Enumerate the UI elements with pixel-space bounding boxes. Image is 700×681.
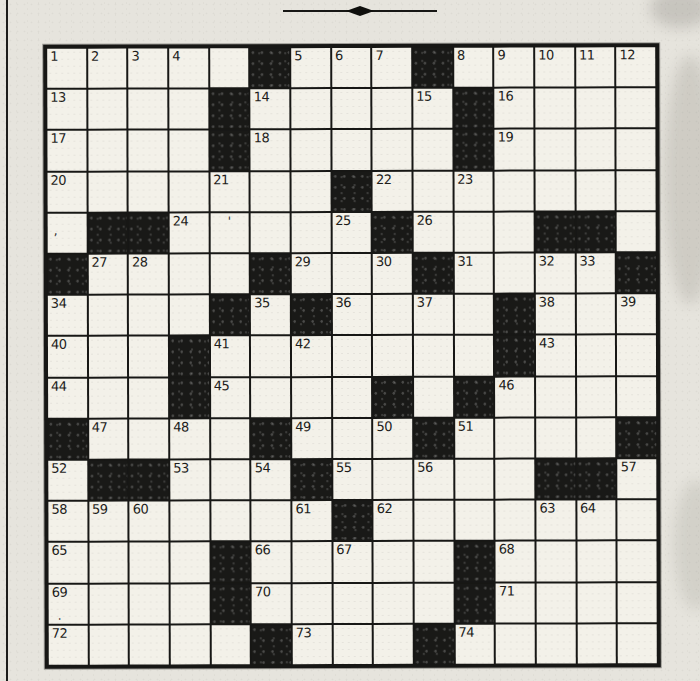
- white-cell-r1c14[interactable]: 11: [576, 47, 615, 86]
- white-cell-r1c13[interactable]: 10: [535, 47, 574, 86]
- white-cell-r1c15[interactable]: 12: [617, 47, 656, 86]
- clue-number-44: 44: [51, 379, 67, 393]
- clue-number-68: 68: [499, 543, 515, 557]
- black-cell-r5c9: [373, 213, 412, 252]
- white-cell-r3c10[interactable]: [413, 130, 452, 169]
- white-cell-r3c14[interactable]: [576, 130, 615, 169]
- white-cell-r12c4[interactable]: [170, 502, 209, 541]
- white-cell-r3c15[interactable]: [617, 130, 656, 169]
- white-cell-r8c3[interactable]: [129, 337, 168, 376]
- white-cell-r12c7[interactable]: 61: [292, 501, 331, 540]
- white-cell-r5c4[interactable]: 24: [170, 213, 209, 252]
- clue-number-47: 47: [92, 420, 108, 434]
- white-cell-r14c7[interactable]: [293, 584, 332, 623]
- white-cell-r7c4[interactable]: [170, 296, 209, 335]
- white-cell-r15c15[interactable]: [618, 624, 657, 663]
- white-cell-r2c12[interactable]: 16: [495, 89, 534, 128]
- clue-number-61: 61: [295, 502, 311, 516]
- clue-number-6: 6: [335, 49, 343, 63]
- clue-number-72: 72: [52, 627, 68, 641]
- black-cell-r1c10: [413, 48, 452, 87]
- clue-number-17: 17: [50, 132, 66, 146]
- white-cell-r7c13[interactable]: 38: [536, 295, 575, 334]
- white-cell-r4c12[interactable]: [495, 171, 534, 210]
- clue-number-65: 65: [51, 544, 67, 558]
- stray-ink-mark: ': [228, 214, 231, 228]
- black-cell-r6c6: [251, 254, 290, 293]
- white-cell-r13c9[interactable]: [374, 542, 413, 581]
- clue-number-39: 39: [620, 295, 636, 309]
- white-cell-r8c5[interactable]: 41: [211, 337, 250, 376]
- white-cell-r3c3[interactable]: [129, 131, 168, 170]
- white-cell-r14c4[interactable]: [171, 584, 210, 623]
- clue-number-19: 19: [498, 131, 514, 145]
- white-cell-r14c10[interactable]: [415, 583, 454, 622]
- white-cell-r13c4[interactable]: [170, 543, 209, 582]
- black-cell-r15c10: [415, 625, 454, 664]
- clue-number-37: 37: [417, 296, 433, 310]
- clue-number-15: 15: [416, 90, 432, 104]
- white-cell-r6c8[interactable]: [332, 254, 371, 293]
- white-cell-r1c2[interactable]: 2: [88, 49, 127, 88]
- diamond-ornament-icon: [346, 6, 374, 16]
- white-cell-r3c9[interactable]: [373, 130, 412, 169]
- white-cell-r6c2[interactable]: 27: [88, 255, 127, 294]
- white-cell-r11c12[interactable]: [496, 460, 535, 499]
- white-cell-r5c6[interactable]: [251, 213, 290, 252]
- black-cell-r5c13: [536, 212, 575, 251]
- black-cell-r1c6: [251, 48, 290, 87]
- black-cell-r5c14: [576, 212, 615, 251]
- divider-line-left: [283, 10, 349, 12]
- clue-number-36: 36: [335, 296, 351, 310]
- black-cell-r3c11: [454, 130, 493, 169]
- black-cell-r4c8: [332, 172, 371, 211]
- white-cell-r8c10[interactable]: [414, 336, 453, 375]
- white-cell-r6c5[interactable]: [210, 254, 249, 293]
- white-cell-r5c7[interactable]: [292, 213, 331, 252]
- clue-number-63: 63: [539, 502, 555, 516]
- clue-number-51: 51: [458, 419, 474, 433]
- white-cell-r4c15[interactable]: [617, 171, 656, 210]
- newspaper-column-rule: [6, 0, 8, 681]
- white-cell-r15c3[interactable]: [130, 625, 169, 664]
- white-cell-r13c10[interactable]: [414, 542, 453, 581]
- decorative-divider: [283, 6, 437, 16]
- scan-smudge: [650, 0, 700, 28]
- clue-number-35: 35: [254, 296, 270, 310]
- white-cell-r11c8[interactable]: 55: [333, 460, 372, 499]
- white-cell-r13c8[interactable]: 67: [333, 542, 372, 581]
- divider-line-right: [371, 10, 437, 12]
- clue-number-46: 46: [498, 378, 514, 392]
- black-cell-r15c6: [252, 625, 291, 664]
- white-cell-r8c9[interactable]: [373, 336, 412, 375]
- white-cell-r11c4[interactable]: 53: [170, 460, 209, 499]
- white-cell-r8c6[interactable]: [251, 337, 290, 376]
- white-cell-r10c13[interactable]: [536, 418, 575, 457]
- white-cell-r7c6[interactable]: 35: [251, 295, 290, 334]
- white-cell-r9c3[interactable]: [129, 378, 168, 417]
- white-cell-r10c9[interactable]: 50: [373, 419, 412, 458]
- black-cell-r11c2: [89, 461, 128, 500]
- white-cell-r3c2[interactable]: [88, 131, 127, 170]
- white-cell-r11c10[interactable]: 56: [414, 460, 453, 499]
- white-cell-r2c2[interactable]: [88, 90, 127, 129]
- white-cell-r7c15[interactable]: 39: [617, 294, 656, 333]
- clue-number-11: 11: [579, 48, 595, 62]
- white-cell-r2c3[interactable]: [129, 90, 168, 129]
- clue-number-38: 38: [539, 296, 555, 310]
- black-cell-r14c11: [455, 583, 494, 622]
- white-cell-r4c13[interactable]: [536, 171, 575, 210]
- white-cell-r6c12[interactable]: [495, 254, 534, 293]
- white-cell-r13c12[interactable]: 68: [496, 542, 535, 581]
- white-cell-r4c11[interactable]: 23: [454, 171, 493, 210]
- white-cell-r10c3[interactable]: [129, 419, 168, 458]
- clue-number-53: 53: [173, 461, 189, 475]
- white-cell-r10c4[interactable]: 48: [170, 419, 209, 458]
- white-cell-r9c10[interactable]: [414, 377, 453, 416]
- white-cell-r8c15[interactable]: [617, 336, 656, 375]
- white-cell-r14c6[interactable]: 70: [252, 584, 291, 623]
- white-cell-r12c10[interactable]: [414, 501, 453, 540]
- black-cell-r11c13: [536, 459, 575, 498]
- white-cell-r10c11[interactable]: 51: [455, 418, 494, 457]
- white-cell-r3c8[interactable]: [332, 130, 371, 169]
- black-cell-r10c6: [251, 419, 290, 458]
- clue-number-16: 16: [498, 90, 514, 104]
- white-cell-r15c11[interactable]: 74: [455, 624, 494, 663]
- white-cell-r3c6[interactable]: 18: [251, 131, 290, 170]
- white-cell-r13c7[interactable]: [292, 542, 331, 581]
- white-cell-r10c7[interactable]: 49: [292, 419, 331, 458]
- white-cell-r5c15[interactable]: [617, 212, 656, 251]
- white-cell-r11c15[interactable]: 57: [618, 459, 657, 498]
- white-cell-r7c1[interactable]: 34: [48, 296, 87, 335]
- white-cell-r15c8[interactable]: [333, 625, 372, 664]
- clue-number-26: 26: [417, 214, 433, 228]
- white-cell-r10c14[interactable]: [577, 418, 616, 457]
- clue-number-45: 45: [214, 379, 230, 393]
- clue-number-52: 52: [51, 462, 67, 476]
- clue-number-69: 69: [52, 585, 68, 599]
- white-cell-r15c4[interactable]: [171, 625, 210, 664]
- white-cell-r9c1[interactable]: 44: [48, 378, 87, 417]
- white-cell-r12c12[interactable]: [496, 501, 535, 540]
- white-cell-r9c15[interactable]: [617, 377, 656, 416]
- white-cell-r7c11[interactable]: [454, 295, 493, 334]
- white-cell-r4c4[interactable]: [170, 172, 209, 211]
- white-cell-r3c7[interactable]: [291, 130, 330, 169]
- white-cell-r5c1[interactable]: ,: [48, 213, 87, 252]
- clue-number-7: 7: [376, 49, 384, 63]
- white-cell-r2c10[interactable]: 15: [413, 89, 452, 128]
- white-cell-r1c9[interactable]: 7: [373, 48, 412, 87]
- white-cell-r7c9[interactable]: [373, 295, 412, 334]
- clue-number-70: 70: [255, 585, 271, 599]
- white-cell-r1c4[interactable]: 4: [169, 48, 208, 87]
- white-cell-r9c5[interactable]: 45: [211, 378, 250, 417]
- white-cell-r12c6[interactable]: [252, 501, 291, 540]
- white-cell-r6c3[interactable]: 28: [129, 254, 168, 293]
- white-cell-r4c9[interactable]: 22: [373, 171, 412, 210]
- black-cell-r7c7: [292, 295, 331, 334]
- clue-number-20: 20: [51, 173, 67, 187]
- white-cell-r15c9[interactable]: [374, 625, 413, 664]
- white-cell-r1c3[interactable]: 3: [129, 48, 168, 87]
- white-cell-r5c10[interactable]: 26: [414, 213, 453, 252]
- white-cell-r14c14[interactable]: [577, 583, 616, 622]
- white-cell-r14c9[interactable]: [374, 583, 413, 622]
- white-cell-r12c9[interactable]: 62: [374, 501, 413, 540]
- black-cell-r2c11: [454, 89, 493, 128]
- black-cell-r11c7: [292, 460, 331, 499]
- white-cell-r1c12[interactable]: 9: [495, 48, 534, 87]
- white-cell-r9c14[interactable]: [577, 377, 616, 416]
- clue-number-41: 41: [214, 338, 230, 352]
- white-cell-r2c7[interactable]: [291, 89, 330, 128]
- white-cell-r4c7[interactable]: [292, 172, 331, 211]
- white-cell-r14c8[interactable]: [333, 584, 372, 623]
- black-cell-r13c11: [455, 542, 494, 581]
- white-cell-r14c2[interactable]: [89, 584, 128, 623]
- black-cell-r6c10: [414, 254, 453, 293]
- white-cell-r4c3[interactable]: [129, 172, 168, 211]
- white-cell-r13c13[interactable]: [536, 542, 575, 581]
- white-cell-r7c8[interactable]: 36: [332, 295, 371, 334]
- white-cell-r14c1[interactable]: 69.: [49, 584, 88, 623]
- black-cell-r10c1: [48, 419, 87, 458]
- white-cell-r4c6[interactable]: [251, 172, 290, 211]
- clue-number-64: 64: [580, 502, 596, 516]
- white-cell-r11c6[interactable]: 54: [252, 460, 291, 499]
- white-cell-r3c4[interactable]: [169, 131, 208, 170]
- white-cell-r11c5[interactable]: [211, 460, 250, 499]
- clue-number-59: 59: [92, 503, 108, 517]
- clue-number-2: 2: [91, 50, 99, 64]
- white-cell-r8c7[interactable]: 42: [292, 336, 331, 375]
- black-cell-r10c10: [414, 419, 453, 458]
- white-cell-r2c9[interactable]: [373, 89, 412, 128]
- white-cell-r12c13[interactable]: 63: [536, 501, 575, 540]
- white-cell-r8c2[interactable]: [89, 337, 128, 376]
- white-cell-r13c1[interactable]: 65: [48, 543, 87, 582]
- white-cell-r2c1[interactable]: 13: [47, 90, 86, 129]
- white-cell-r13c14[interactable]: [577, 542, 616, 581]
- white-cell-r11c9[interactable]: [374, 460, 413, 499]
- white-cell-r8c13[interactable]: 43: [536, 336, 575, 375]
- white-cell-r2c15[interactable]: [617, 88, 656, 127]
- white-cell-r15c2[interactable]: [89, 625, 128, 664]
- white-cell-r1c7[interactable]: 5: [291, 48, 330, 87]
- white-cell-r4c10[interactable]: [414, 171, 453, 210]
- white-cell-r9c13[interactable]: [536, 377, 575, 416]
- white-cell-r13c6[interactable]: 66: [252, 543, 291, 582]
- white-cell-r4c14[interactable]: [576, 171, 615, 210]
- black-cell-r6c15: [617, 253, 656, 292]
- clue-number-31: 31: [457, 255, 473, 269]
- white-cell-r4c1[interactable]: 20: [48, 172, 87, 211]
- black-cell-r2c5: [210, 89, 249, 128]
- white-cell-r13c3[interactable]: [130, 543, 169, 582]
- clue-number-5: 5: [294, 49, 302, 63]
- clue-number-21: 21: [213, 173, 229, 187]
- white-cell-r3c12[interactable]: 19: [495, 130, 534, 169]
- clue-number-58: 58: [51, 503, 67, 517]
- black-cell-r9c11: [455, 377, 494, 416]
- white-cell-r14c15[interactable]: [618, 583, 657, 622]
- white-cell-r6c7[interactable]: 29: [292, 254, 331, 293]
- white-cell-r7c3[interactable]: [129, 296, 168, 335]
- black-cell-r7c5: [210, 295, 249, 334]
- clue-number-33: 33: [579, 254, 595, 268]
- black-cell-r13c5: [211, 543, 250, 582]
- white-cell-r11c11[interactable]: [455, 460, 494, 499]
- scan-smudge: [664, 55, 700, 305]
- white-cell-r12c15[interactable]: [618, 500, 657, 539]
- clue-number-4: 4: [172, 49, 180, 63]
- white-cell-r14c12[interactable]: 71: [496, 583, 535, 622]
- clue-number-34: 34: [51, 297, 67, 311]
- white-cell-r9c2[interactable]: [89, 378, 128, 417]
- crossword-grid: 1234567891011121314151617181920212223,24…: [43, 43, 661, 669]
- white-cell-r6c11[interactable]: 31: [454, 254, 493, 293]
- clue-number-3: 3: [132, 50, 140, 64]
- white-cell-r15c1[interactable]: 72: [49, 625, 88, 664]
- clue-number-60: 60: [133, 503, 149, 517]
- clue-number-40: 40: [51, 338, 67, 352]
- white-cell-r1c5[interactable]: [210, 48, 249, 87]
- white-cell-r6c13[interactable]: 32: [536, 253, 575, 292]
- black-cell-r9c4: [170, 378, 209, 417]
- white-cell-r10c12[interactable]: [495, 418, 534, 457]
- clue-number-74: 74: [458, 625, 474, 639]
- white-cell-r3c1[interactable]: 17: [47, 131, 86, 170]
- white-cell-r9c6[interactable]: [251, 378, 290, 417]
- white-cell-r8c14[interactable]: [577, 336, 616, 375]
- clue-number-1: 1: [50, 50, 58, 64]
- white-cell-r15c12[interactable]: [496, 624, 535, 663]
- white-cell-r9c8[interactable]: [333, 378, 372, 417]
- white-cell-r7c10[interactable]: 37: [414, 295, 453, 334]
- white-cell-r1c11[interactable]: 8: [454, 48, 493, 87]
- white-cell-r15c5[interactable]: [211, 625, 250, 664]
- white-cell-r12c3[interactable]: 60: [130, 502, 169, 541]
- white-cell-r8c11[interactable]: [455, 336, 494, 375]
- white-cell-r5c8[interactable]: 25: [332, 213, 371, 252]
- clue-number-55: 55: [336, 461, 352, 475]
- white-cell-r14c3[interactable]: [130, 584, 169, 623]
- white-cell-r5c11[interactable]: [454, 212, 493, 251]
- white-cell-r10c5[interactable]: [211, 419, 250, 458]
- white-cell-r15c7[interactable]: 73: [293, 625, 332, 664]
- black-cell-r11c3: [130, 460, 169, 499]
- white-cell-r6c4[interactable]: [170, 254, 209, 293]
- white-cell-r6c9[interactable]: 30: [373, 254, 412, 293]
- clue-number-27: 27: [91, 256, 107, 270]
- clue-number-42: 42: [295, 337, 311, 351]
- black-cell-r7c12: [495, 295, 534, 334]
- white-cell-r9c12[interactable]: 46: [495, 377, 534, 416]
- clue-number-67: 67: [336, 543, 352, 557]
- white-cell-r2c14[interactable]: [576, 88, 615, 127]
- white-cell-r5c12[interactable]: [495, 212, 534, 251]
- white-cell-r12c1[interactable]: 58: [48, 502, 87, 541]
- black-cell-r11c14: [577, 459, 616, 498]
- white-cell-r13c15[interactable]: [618, 542, 657, 581]
- white-cell-r4c5[interactable]: 21: [210, 172, 249, 211]
- clue-number-73: 73: [296, 626, 312, 640]
- black-cell-r12c8: [333, 501, 372, 540]
- black-cell-r10c15: [617, 418, 656, 457]
- white-cell-r12c5[interactable]: [211, 501, 250, 540]
- clue-number-32: 32: [539, 254, 555, 268]
- white-cell-r3c13[interactable]: [535, 130, 574, 169]
- white-cell-r2c8[interactable]: [332, 89, 371, 128]
- clue-number-22: 22: [376, 172, 392, 186]
- clue-number-8: 8: [457, 49, 465, 63]
- clue-number-28: 28: [132, 256, 148, 270]
- white-cell-r12c11[interactable]: [455, 501, 494, 540]
- clue-number-10: 10: [538, 48, 554, 62]
- black-cell-r14c5: [211, 584, 250, 623]
- clue-number-9: 9: [498, 49, 506, 63]
- white-cell-r15c13[interactable]: [537, 624, 576, 663]
- white-cell-r6c14[interactable]: 33: [576, 253, 615, 292]
- white-cell-r8c1[interactable]: 40: [48, 337, 87, 376]
- white-cell-r15c14[interactable]: [577, 624, 616, 663]
- white-cell-r2c4[interactable]: [169, 90, 208, 129]
- white-cell-r5c5[interactable]: ': [210, 213, 249, 252]
- white-cell-r2c6[interactable]: 14: [251, 89, 290, 128]
- black-cell-r3c5: [210, 131, 249, 170]
- white-cell-r4c2[interactable]: [88, 172, 127, 211]
- stray-ink-mark: ,: [54, 224, 58, 238]
- white-cell-r1c1[interactable]: 1: [47, 49, 86, 88]
- clue-number-56: 56: [417, 461, 433, 475]
- white-cell-r7c14[interactable]: [576, 294, 615, 333]
- white-cell-r10c8[interactable]: [333, 419, 372, 458]
- white-cell-r2c13[interactable]: [535, 89, 574, 128]
- white-cell-r9c7[interactable]: [292, 378, 331, 417]
- clue-number-25: 25: [335, 214, 351, 228]
- white-cell-r8c8[interactable]: [333, 336, 372, 375]
- clue-number-24: 24: [173, 214, 189, 228]
- scanned-newspaper-crossword-page: 1234567891011121314151617181920212223,24…: [0, 0, 700, 681]
- clue-number-50: 50: [376, 420, 392, 434]
- clue-number-12: 12: [620, 48, 636, 62]
- black-cell-r8c12: [495, 336, 534, 375]
- white-cell-r12c2[interactable]: 59: [89, 502, 128, 541]
- white-cell-r11c1[interactable]: 52: [48, 461, 87, 500]
- clue-number-23: 23: [457, 172, 473, 186]
- black-cell-r5c3: [129, 213, 168, 252]
- clue-number-29: 29: [295, 255, 311, 269]
- black-cell-r8c4: [170, 337, 209, 376]
- white-cell-r12c14[interactable]: 64: [577, 500, 616, 539]
- clue-number-30: 30: [376, 255, 392, 269]
- black-cell-r6c1: [48, 255, 87, 294]
- white-cell-r10c2[interactable]: 47: [89, 419, 128, 458]
- white-cell-r13c2[interactable]: [89, 543, 128, 582]
- clue-number-13: 13: [50, 91, 66, 105]
- white-cell-r1c8[interactable]: 6: [332, 48, 371, 87]
- clue-number-49: 49: [295, 420, 311, 434]
- clue-number-18: 18: [254, 132, 270, 146]
- white-cell-r14c13[interactable]: [537, 583, 576, 622]
- white-cell-r7c2[interactable]: [88, 296, 127, 335]
